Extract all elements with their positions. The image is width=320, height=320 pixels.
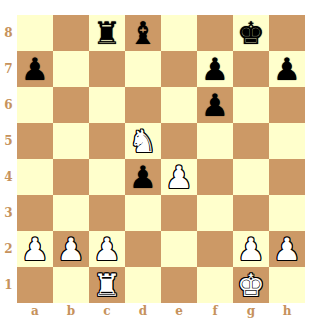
piece-white-rook[interactable]: ♜ [93, 267, 121, 303]
square-h8[interactable] [269, 15, 305, 51]
square-h7[interactable]: ♟ [269, 51, 305, 87]
square-a8[interactable] [17, 15, 53, 51]
piece-black-pawn[interactable]: ♟ [21, 51, 49, 87]
square-d5[interactable]: ♞ [125, 123, 161, 159]
square-g6[interactable] [233, 87, 269, 123]
square-g1[interactable]: ♚ [233, 267, 269, 303]
square-a1[interactable] [17, 267, 53, 303]
square-e2[interactable] [161, 231, 197, 267]
piece-black-rook[interactable]: ♜ [93, 15, 121, 51]
square-d2[interactable] [125, 231, 161, 267]
square-b7[interactable] [53, 51, 89, 87]
square-e3[interactable] [161, 195, 197, 231]
square-d8[interactable]: ♝ [125, 15, 161, 51]
square-a6[interactable] [17, 87, 53, 123]
piece-white-king[interactable]: ♚ [237, 267, 265, 303]
file-label-a: a [17, 303, 53, 320]
square-f8[interactable] [197, 15, 233, 51]
square-g4[interactable] [233, 159, 269, 195]
piece-white-pawn[interactable]: ♟ [21, 231, 49, 267]
piece-black-bishop[interactable]: ♝ [129, 15, 157, 51]
file-label-c: c [89, 303, 125, 320]
square-c7[interactable] [89, 51, 125, 87]
square-f6[interactable]: ♟ [197, 87, 233, 123]
square-g3[interactable] [233, 195, 269, 231]
square-b4[interactable] [53, 159, 89, 195]
rank-label-8: 8 [0, 15, 17, 51]
rank-label-5: 5 [0, 123, 17, 159]
square-d7[interactable] [125, 51, 161, 87]
square-d4[interactable]: ♟ [125, 159, 161, 195]
square-d3[interactable] [125, 195, 161, 231]
square-c8[interactable]: ♜ [89, 15, 125, 51]
rank-label-6: 6 [0, 87, 17, 123]
rank-label-7: 7 [0, 51, 17, 87]
square-b2[interactable]: ♟ [53, 231, 89, 267]
piece-white-pawn[interactable]: ♟ [93, 231, 121, 267]
square-h2[interactable]: ♟ [269, 231, 305, 267]
rank-label-1: 1 [0, 267, 17, 303]
chess-board: ♜♝♚♟♟♟♟♞♟♟♟♟♟♟♟♜♚ [17, 15, 305, 303]
square-h4[interactable] [269, 159, 305, 195]
square-g7[interactable] [233, 51, 269, 87]
square-b1[interactable] [53, 267, 89, 303]
square-f1[interactable] [197, 267, 233, 303]
square-a2[interactable]: ♟ [17, 231, 53, 267]
square-c1[interactable]: ♜ [89, 267, 125, 303]
square-f4[interactable] [197, 159, 233, 195]
piece-black-pawn[interactable]: ♟ [273, 51, 301, 87]
square-a5[interactable] [17, 123, 53, 159]
chess-diagram: 87654321 ♜♝♚♟♟♟♟♞♟♟♟♟♟♟♟♜♚ abcdefgh [0, 0, 320, 320]
square-h3[interactable] [269, 195, 305, 231]
file-label-f: f [197, 303, 233, 320]
rank-label-3: 3 [0, 195, 17, 231]
square-a7[interactable]: ♟ [17, 51, 53, 87]
rank-label-4: 4 [0, 159, 17, 195]
square-b3[interactable] [53, 195, 89, 231]
file-labels: abcdefgh [17, 303, 305, 320]
square-c6[interactable] [89, 87, 125, 123]
file-label-e: e [161, 303, 197, 320]
piece-white-pawn[interactable]: ♟ [165, 159, 193, 195]
square-c5[interactable] [89, 123, 125, 159]
rank-label-2: 2 [0, 231, 17, 267]
square-d1[interactable] [125, 267, 161, 303]
square-b6[interactable] [53, 87, 89, 123]
piece-black-king[interactable]: ♚ [237, 15, 265, 51]
square-e1[interactable] [161, 267, 197, 303]
square-a4[interactable] [17, 159, 53, 195]
square-f3[interactable] [197, 195, 233, 231]
piece-white-knight[interactable]: ♞ [129, 123, 157, 159]
file-label-h: h [269, 303, 305, 320]
piece-white-pawn[interactable]: ♟ [57, 231, 85, 267]
piece-black-pawn[interactable]: ♟ [201, 51, 229, 87]
square-b8[interactable] [53, 15, 89, 51]
square-c2[interactable]: ♟ [89, 231, 125, 267]
square-g8[interactable]: ♚ [233, 15, 269, 51]
square-a3[interactable] [17, 195, 53, 231]
square-c4[interactable] [89, 159, 125, 195]
file-label-d: d [125, 303, 161, 320]
file-label-g: g [233, 303, 269, 320]
square-f7[interactable]: ♟ [197, 51, 233, 87]
square-h1[interactable] [269, 267, 305, 303]
piece-black-pawn[interactable]: ♟ [129, 159, 157, 195]
square-f5[interactable] [197, 123, 233, 159]
square-g5[interactable] [233, 123, 269, 159]
square-e8[interactable] [161, 15, 197, 51]
file-label-b: b [53, 303, 89, 320]
square-c3[interactable] [89, 195, 125, 231]
square-f2[interactable] [197, 231, 233, 267]
square-e5[interactable] [161, 123, 197, 159]
piece-white-pawn[interactable]: ♟ [273, 231, 301, 267]
piece-white-pawn[interactable]: ♟ [237, 231, 265, 267]
square-h5[interactable] [269, 123, 305, 159]
square-e6[interactable] [161, 87, 197, 123]
square-e7[interactable] [161, 51, 197, 87]
square-e4[interactable]: ♟ [161, 159, 197, 195]
square-g2[interactable]: ♟ [233, 231, 269, 267]
square-d6[interactable] [125, 87, 161, 123]
square-b5[interactable] [53, 123, 89, 159]
rank-labels: 87654321 [0, 15, 17, 303]
piece-black-pawn[interactable]: ♟ [201, 87, 229, 123]
square-h6[interactable] [269, 87, 305, 123]
